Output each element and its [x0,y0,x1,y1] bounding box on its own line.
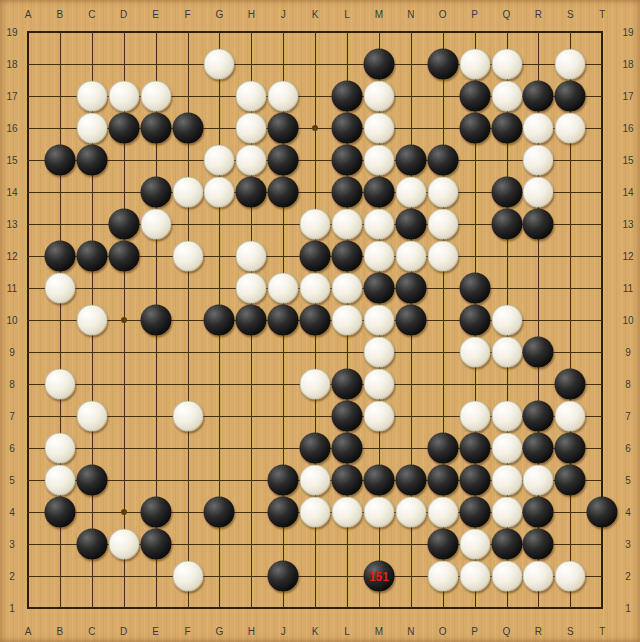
black-stone-K12 [300,241,331,272]
white-stone-O14 [427,177,458,208]
hoshi-point [312,125,318,131]
coord-label-row-right: 11 [623,283,633,294]
black-stone-B12 [44,241,75,272]
white-stone-E17 [140,81,171,112]
white-stone-K8 [300,369,331,400]
white-stone-C17 [76,81,107,112]
black-stone-D16 [108,113,139,144]
black-stone-P4 [459,497,490,528]
white-stone-B8 [44,369,75,400]
black-stone-C3 [76,529,107,560]
coord-label-row-left: 19 [6,27,17,38]
white-stone-R5 [523,465,554,496]
white-stone-H12 [236,241,267,272]
black-stone-P16 [459,113,490,144]
coord-label-row-left: 13 [6,219,17,230]
black-stone-E3 [140,529,171,560]
white-stone-M12 [363,241,394,272]
coord-label-row-left: 3 [9,539,15,550]
coord-label-row-right: 2 [625,571,631,582]
black-stone-D13 [108,209,139,240]
white-stone-Q5 [491,465,522,496]
coord-label-col-bottom: L [344,626,350,637]
black-stone-L6 [332,433,363,464]
coord-label-col-bottom: S [567,626,574,637]
white-stone-C16 [76,113,107,144]
white-stone-G18 [204,49,235,80]
coord-label-row-right: 15 [622,155,633,166]
white-stone-H16 [236,113,267,144]
coord-label-row-right: 17 [622,91,633,102]
coord-label-col-bottom: Q [503,626,511,637]
white-stone-M4 [363,497,394,528]
coord-label-row-left: 10 [6,315,17,326]
coord-label-col-top: N [407,9,414,20]
white-stone-Q7 [491,401,522,432]
coord-label-col-bottom: P [471,626,478,637]
white-stone-N12 [395,241,426,272]
white-stone-H15 [236,145,267,176]
last-move-number: 151 [369,570,389,582]
coord-label-col-bottom: F [184,626,190,637]
white-stone-Q2 [491,561,522,592]
coord-label-row-left: 12 [6,251,17,262]
white-stone-L10 [332,305,363,336]
white-stone-M10 [363,305,394,336]
black-stone-R13 [523,209,554,240]
white-stone-P2 [459,561,490,592]
coord-label-row-right: 5 [625,475,631,486]
coord-label-col-bottom: D [120,626,127,637]
black-stone-M18 [363,49,394,80]
black-stone-O6 [427,433,458,464]
white-stone-N14 [395,177,426,208]
black-stone-D12 [108,241,139,272]
black-stone-E10 [140,305,171,336]
white-stone-S18 [555,49,586,80]
coord-label-col-top: E [152,9,159,20]
white-stone-Q18 [491,49,522,80]
coord-label-row-right: 1 [625,603,631,614]
coord-label-col-bottom: R [535,626,542,637]
white-stone-M15 [363,145,394,176]
black-stone-H10 [236,305,267,336]
hoshi-point [121,509,127,515]
black-stone-S6 [555,433,586,464]
coord-label-col-top: A [25,9,32,20]
white-stone-K5 [300,465,331,496]
black-stone-C15 [76,145,107,176]
coord-label-row-right: 10 [622,315,633,326]
coord-label-row-left: 14 [6,187,17,198]
white-stone-K13 [300,209,331,240]
coord-label-row-left: 4 [9,507,15,518]
coord-label-col-top: K [312,9,319,20]
black-stone-J16 [268,113,299,144]
coord-label-col-top: F [184,9,190,20]
black-stone-G10 [204,305,235,336]
white-stone-E13 [140,209,171,240]
white-stone-B6 [44,433,75,464]
white-stone-P3 [459,529,490,560]
white-stone-J11 [268,273,299,304]
coord-label-col-top: Q [503,9,511,20]
coord-label-col-top: J [281,9,286,20]
black-stone-Q16 [491,113,522,144]
black-stone-S17 [555,81,586,112]
coord-label-row-right: 13 [622,219,633,230]
coord-label-row-left: 16 [6,123,17,134]
white-stone-Q10 [491,305,522,336]
black-stone-N13 [395,209,426,240]
black-stone-N11 [395,273,426,304]
coord-label-col-top: C [88,9,95,20]
white-stone-K11 [300,273,331,304]
go-board[interactable]: AABBCCDDEEFFGGHHJJKKLLMMNNOOPPQQRRSSTT19… [0,0,640,642]
white-stone-F2 [172,561,203,592]
black-stone-L8 [332,369,363,400]
coord-label-row-left: 15 [6,155,17,166]
coord-label-col-bottom: C [88,626,95,637]
white-stone-C7 [76,401,107,432]
coord-label-col-bottom: O [439,626,447,637]
black-stone-P6 [459,433,490,464]
white-stone-R15 [523,145,554,176]
black-stone-L7 [332,401,363,432]
white-stone-P7 [459,401,490,432]
white-stone-G15 [204,145,235,176]
coord-label-col-top: M [375,9,383,20]
white-stone-D17 [108,81,139,112]
white-stone-S7 [555,401,586,432]
white-stone-Q4 [491,497,522,528]
white-stone-K4 [300,497,331,528]
coord-label-row-left: 17 [6,91,17,102]
white-stone-B5 [44,465,75,496]
white-stone-H17 [236,81,267,112]
coord-label-row-right: 14 [622,187,633,198]
coord-label-row-left: 6 [9,443,15,454]
coord-label-col-top: H [248,9,255,20]
coord-label-col-bottom: J [281,626,286,637]
white-stone-O2 [427,561,458,592]
coord-label-row-left: 2 [9,571,15,582]
black-stone-J15 [268,145,299,176]
coord-label-col-top: G [216,9,224,20]
coord-label-col-top: T [599,9,605,20]
black-stone-E16 [140,113,171,144]
white-stone-L11 [332,273,363,304]
coord-label-row-right: 3 [625,539,631,550]
black-stone-R3 [523,529,554,560]
black-stone-L15 [332,145,363,176]
black-stone-S5 [555,465,586,496]
white-stone-S2 [555,561,586,592]
black-stone-R7 [523,401,554,432]
coord-label-row-left: 5 [9,475,15,486]
hoshi-point [121,317,127,323]
white-stone-L13 [332,209,363,240]
coord-label-col-bottom: B [57,626,64,637]
coord-label-col-bottom: H [248,626,255,637]
coord-label-row-right: 9 [625,347,631,358]
white-stone-Q17 [491,81,522,112]
black-stone-L14 [332,177,363,208]
black-stone-P11 [459,273,490,304]
black-stone-L16 [332,113,363,144]
white-stone-R2 [523,561,554,592]
coord-label-row-left: 8 [9,379,15,390]
coord-label-row-left: 11 [7,283,17,294]
coord-label-row-right: 4 [625,507,631,518]
coord-label-col-top: P [471,9,478,20]
white-stone-Q6 [491,433,522,464]
white-stone-F14 [172,177,203,208]
coord-label-col-top: B [57,9,64,20]
white-stone-P18 [459,49,490,80]
black-stone-R4 [523,497,554,528]
black-stone-R17 [523,81,554,112]
coord-label-col-top: L [344,9,350,20]
coord-label-row-right: 16 [622,123,633,134]
white-stone-F7 [172,401,203,432]
black-stone-P10 [459,305,490,336]
white-stone-B11 [44,273,75,304]
white-stone-M16 [363,113,394,144]
coord-label-col-bottom: E [152,626,159,637]
white-stone-M9 [363,337,394,368]
coord-label-col-top: R [535,9,542,20]
black-stone-O3 [427,529,458,560]
coord-label-row-left: 7 [9,411,15,422]
black-stone-J4 [268,497,299,528]
black-stone-C12 [76,241,107,272]
black-stone-J5 [268,465,299,496]
black-stone-T4 [587,497,618,528]
white-stone-Q9 [491,337,522,368]
coord-label-col-bottom: G [216,626,224,637]
coord-label-row-right: 18 [622,59,633,70]
coord-label-col-top: S [567,9,574,20]
white-stone-R14 [523,177,554,208]
coord-label-row-right: 19 [622,27,633,38]
coord-label-row-right: 8 [625,379,631,390]
white-stone-C10 [76,305,107,336]
black-stone-J2 [268,561,299,592]
black-stone-G4 [204,497,235,528]
black-stone-C5 [76,465,107,496]
black-stone-R6 [523,433,554,464]
coord-label-row-right: 12 [622,251,633,262]
white-stone-M17 [363,81,394,112]
black-stone-R9 [523,337,554,368]
white-stone-O4 [427,497,458,528]
white-stone-G14 [204,177,235,208]
black-stone-S8 [555,369,586,400]
black-stone-Q3 [491,529,522,560]
black-stone-M14 [363,177,394,208]
black-stone-M2: 151 [363,561,394,592]
black-stone-M5 [363,465,394,496]
white-stone-H11 [236,273,267,304]
coord-label-col-bottom: A [25,626,32,637]
white-stone-N4 [395,497,426,528]
black-stone-H14 [236,177,267,208]
black-stone-O15 [427,145,458,176]
white-stone-P9 [459,337,490,368]
black-stone-P17 [459,81,490,112]
black-stone-N5 [395,465,426,496]
white-stone-R16 [523,113,554,144]
black-stone-B15 [44,145,75,176]
black-stone-Q14 [491,177,522,208]
coord-label-row-left: 1 [9,603,15,614]
coord-label-col-bottom: M [375,626,383,637]
black-stone-F16 [172,113,203,144]
black-stone-K10 [300,305,331,336]
coord-label-row-right: 6 [625,443,631,454]
black-stone-N15 [395,145,426,176]
white-stone-J17 [268,81,299,112]
black-stone-Q13 [491,209,522,240]
black-stone-N10 [395,305,426,336]
white-stone-S16 [555,113,586,144]
coord-label-col-bottom: K [312,626,319,637]
white-stone-M7 [363,401,394,432]
coord-label-row-left: 18 [6,59,17,70]
white-stone-O12 [427,241,458,272]
white-stone-D3 [108,529,139,560]
black-stone-B4 [44,497,75,528]
coord-label-col-bottom: T [599,626,605,637]
coord-label-col-top: D [120,9,127,20]
black-stone-E14 [140,177,171,208]
black-stone-K6 [300,433,331,464]
black-stone-E4 [140,497,171,528]
black-stone-O18 [427,49,458,80]
black-stone-L17 [332,81,363,112]
black-stone-J14 [268,177,299,208]
white-stone-L4 [332,497,363,528]
white-stone-M8 [363,369,394,400]
white-stone-O13 [427,209,458,240]
coord-label-col-bottom: N [407,626,414,637]
coord-label-row-left: 9 [9,347,15,358]
black-stone-M11 [363,273,394,304]
black-stone-J10 [268,305,299,336]
white-stone-M13 [363,209,394,240]
white-stone-F12 [172,241,203,272]
coord-label-row-right: 7 [625,411,631,422]
black-stone-L12 [332,241,363,272]
black-stone-O5 [427,465,458,496]
black-stone-L5 [332,465,363,496]
coord-label-col-top: O [439,9,447,20]
black-stone-P5 [459,465,490,496]
